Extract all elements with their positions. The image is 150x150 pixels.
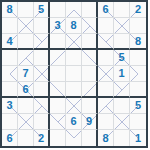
cell-r8c9[interactable] — [130, 114, 146, 130]
given-digit-r9c1[interactable]: 6 — [2, 130, 18, 146]
given-digit-r3c9[interactable]: 8 — [130, 34, 146, 50]
given-digit-r1c3[interactable]: 5 — [34, 2, 50, 18]
given-digit-r6c2[interactable]: 6 — [18, 82, 34, 98]
cell-r9c2[interactable] — [18, 130, 34, 146]
cell-r9c6[interactable] — [82, 130, 98, 146]
cell-r9c4[interactable] — [50, 130, 66, 146]
cell-r4c3[interactable] — [34, 50, 50, 66]
given-digit-r2c5[interactable]: 8 — [66, 18, 82, 34]
given-digit-r7c9[interactable]: 5 — [130, 98, 146, 114]
cell-r2c8[interactable] — [114, 18, 130, 34]
given-digit-r7c1[interactable]: 3 — [2, 98, 18, 114]
cell-r4c2[interactable] — [18, 50, 34, 66]
cell-r3c8[interactable] — [114, 34, 130, 50]
cell-r6c3[interactable] — [34, 82, 50, 98]
cell-r2c9[interactable] — [130, 18, 146, 34]
cell-r3c2[interactable] — [18, 34, 34, 50]
cell-r3c6[interactable] — [82, 34, 98, 50]
cell-r1c2[interactable] — [18, 2, 34, 18]
cell-r3c3[interactable] — [34, 34, 50, 50]
cell-r5c1[interactable] — [2, 66, 18, 82]
cell-r6c4[interactable] — [50, 82, 66, 98]
given-digit-r8c6[interactable]: 9 — [82, 114, 98, 130]
given-digit-r1c1[interactable]: 8 — [2, 2, 18, 18]
given-digit-r1c9[interactable]: 2 — [130, 2, 146, 18]
cell-r4c5[interactable] — [66, 50, 82, 66]
given-digit-r9c9[interactable]: 1 — [130, 130, 146, 146]
cell-r2c6[interactable] — [82, 18, 98, 34]
cell-r8c4[interactable] — [50, 114, 66, 130]
cell-r4c4[interactable] — [50, 50, 66, 66]
cell-r5c5[interactable] — [66, 66, 82, 82]
given-digit-r3c1[interactable]: 4 — [2, 34, 18, 50]
puzzle-stage: 85623848571635696281 — [0, 0, 150, 150]
cell-r2c2[interactable] — [18, 18, 34, 34]
given-digit-r4c8[interactable]: 5 — [114, 50, 130, 66]
cell-r7c3[interactable] — [34, 98, 50, 114]
cell-r5c6[interactable] — [82, 66, 98, 82]
cell-r7c2[interactable] — [18, 98, 34, 114]
cell-r9c5[interactable] — [66, 130, 82, 146]
cell-r5c3[interactable] — [34, 66, 50, 82]
cell-r2c3[interactable] — [34, 18, 50, 34]
cell-r7c7[interactable] — [98, 98, 114, 114]
cell-r6c6[interactable] — [82, 82, 98, 98]
cell-r8c8[interactable] — [114, 114, 130, 130]
given-digit-r2c4[interactable]: 3 — [50, 18, 66, 34]
cell-r6c9[interactable] — [130, 82, 146, 98]
cell-r7c8[interactable] — [114, 98, 130, 114]
cell-r6c7[interactable] — [98, 82, 114, 98]
given-digit-r9c7[interactable]: 8 — [98, 130, 114, 146]
given-digit-r5c8[interactable]: 1 — [114, 66, 130, 82]
cell-r6c1[interactable] — [2, 82, 18, 98]
cell-r7c6[interactable] — [82, 98, 98, 114]
cell-r8c2[interactable] — [18, 114, 34, 130]
cell-r4c1[interactable] — [2, 50, 18, 66]
cell-r6c5[interactable] — [66, 82, 82, 98]
cell-r7c5[interactable] — [66, 98, 82, 114]
cell-r9c8[interactable] — [114, 130, 130, 146]
cell-r3c5[interactable] — [66, 34, 82, 50]
cell-r5c4[interactable] — [50, 66, 66, 82]
sudoku-board: 85623848571635696281 — [0, 0, 148, 148]
cell-r8c3[interactable] — [34, 114, 50, 130]
cell-r4c9[interactable] — [130, 50, 146, 66]
cell-r1c6[interactable] — [82, 2, 98, 18]
cell-r7c4[interactable] — [50, 98, 66, 114]
cell-r5c7[interactable] — [98, 66, 114, 82]
cell-r1c4[interactable] — [50, 2, 66, 18]
given-digit-r8c5[interactable]: 6 — [66, 114, 82, 130]
cell-r8c7[interactable] — [98, 114, 114, 130]
cell-r1c5[interactable] — [66, 2, 82, 18]
cell-r4c7[interactable] — [98, 50, 114, 66]
cell-r1c8[interactable] — [114, 2, 130, 18]
cell-r3c4[interactable] — [50, 34, 66, 50]
cell-r4c6[interactable] — [82, 50, 98, 66]
cell-r6c8[interactable] — [114, 82, 130, 98]
given-digit-r5c2[interactable]: 7 — [18, 66, 34, 82]
cell-r8c1[interactable] — [2, 114, 18, 130]
given-digit-r1c7[interactable]: 6 — [98, 2, 114, 18]
cell-r3c7[interactable] — [98, 34, 114, 50]
given-digit-r9c3[interactable]: 2 — [34, 130, 50, 146]
cell-r5c9[interactable] — [130, 66, 146, 82]
cell-r2c7[interactable] — [98, 18, 114, 34]
cell-r2c1[interactable] — [2, 18, 18, 34]
